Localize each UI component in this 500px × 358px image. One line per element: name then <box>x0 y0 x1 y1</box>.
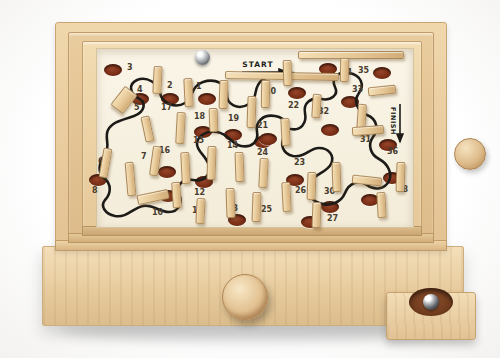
hole-number: 25 <box>261 206 272 214</box>
maze-hole <box>321 201 339 213</box>
hole-number: 3 <box>127 64 133 72</box>
maze-wall <box>311 94 322 119</box>
front-tilt-knob[interactable] <box>222 274 268 320</box>
maze-wall <box>261 80 270 108</box>
maze-wall <box>175 112 186 144</box>
hole-number: 36 <box>387 148 398 156</box>
maze-wall <box>218 80 228 109</box>
maze-hole <box>341 96 359 108</box>
hole-number: 8 <box>92 187 98 195</box>
maze-hole <box>373 67 391 79</box>
maze-wall <box>258 158 269 188</box>
maze-wall <box>209 108 219 132</box>
maze-hole <box>224 129 242 141</box>
maze-wall <box>395 162 405 192</box>
maze-wall <box>180 152 191 184</box>
hole-number: 17 <box>161 104 172 112</box>
hole-number: 26 <box>295 187 306 195</box>
maze-wall <box>183 78 194 107</box>
maze-wall <box>206 146 216 180</box>
maze-wall <box>171 182 182 209</box>
maze-wall <box>195 198 205 224</box>
hole-number: 12 <box>194 189 205 197</box>
maze-wall <box>312 202 322 228</box>
maze-hole <box>104 64 122 76</box>
maze-hole <box>259 133 277 145</box>
maze-wall <box>251 192 261 222</box>
hole-number: 2 <box>167 82 173 90</box>
hole-number: 1 <box>196 83 202 91</box>
maze-wall <box>225 188 235 218</box>
maze-wall <box>281 182 292 212</box>
hole-number: 7 <box>141 153 147 161</box>
maze-hole <box>321 124 339 136</box>
maze-wall <box>307 172 317 200</box>
hole-number: 14 <box>227 142 238 150</box>
maze-hole <box>158 166 176 178</box>
maze-wall <box>246 96 256 128</box>
hole-number: 10 <box>152 209 163 217</box>
hole-number: 31 <box>360 136 371 144</box>
hole-number: 21 <box>257 122 268 130</box>
hole-number: 5 <box>134 104 140 112</box>
maze-hole <box>198 93 216 105</box>
hole-number: 19 <box>228 115 239 123</box>
maze-wall <box>376 192 386 218</box>
maze-hole <box>288 87 306 99</box>
hole-number: 4 <box>137 86 143 94</box>
ball-storage-block <box>386 292 476 340</box>
maze-wall <box>152 66 162 94</box>
maze-wall <box>234 152 244 182</box>
maze-wall <box>331 162 341 192</box>
side-tilt-knob[interactable] <box>454 138 486 170</box>
spare-steel-ball[interactable] <box>423 294 439 310</box>
hole-number: 15 <box>193 137 204 145</box>
maze-wall <box>283 60 293 86</box>
hole-number: 22 <box>288 102 299 110</box>
hole-number: 33 <box>352 86 363 94</box>
product-photo-stage: START FINISH 123456789101112131415161718… <box>0 0 500 358</box>
steel-ball-in-maze[interactable] <box>195 50 210 65</box>
hole-number: 24 <box>257 149 268 157</box>
hole-number: 23 <box>294 159 305 167</box>
maze-wall <box>298 51 404 59</box>
hole-number: 18 <box>194 113 205 121</box>
hole-number: 35 <box>358 67 369 75</box>
hole-number: 27 <box>327 215 338 223</box>
maze-wall <box>340 58 349 82</box>
maze-wall <box>280 118 290 146</box>
